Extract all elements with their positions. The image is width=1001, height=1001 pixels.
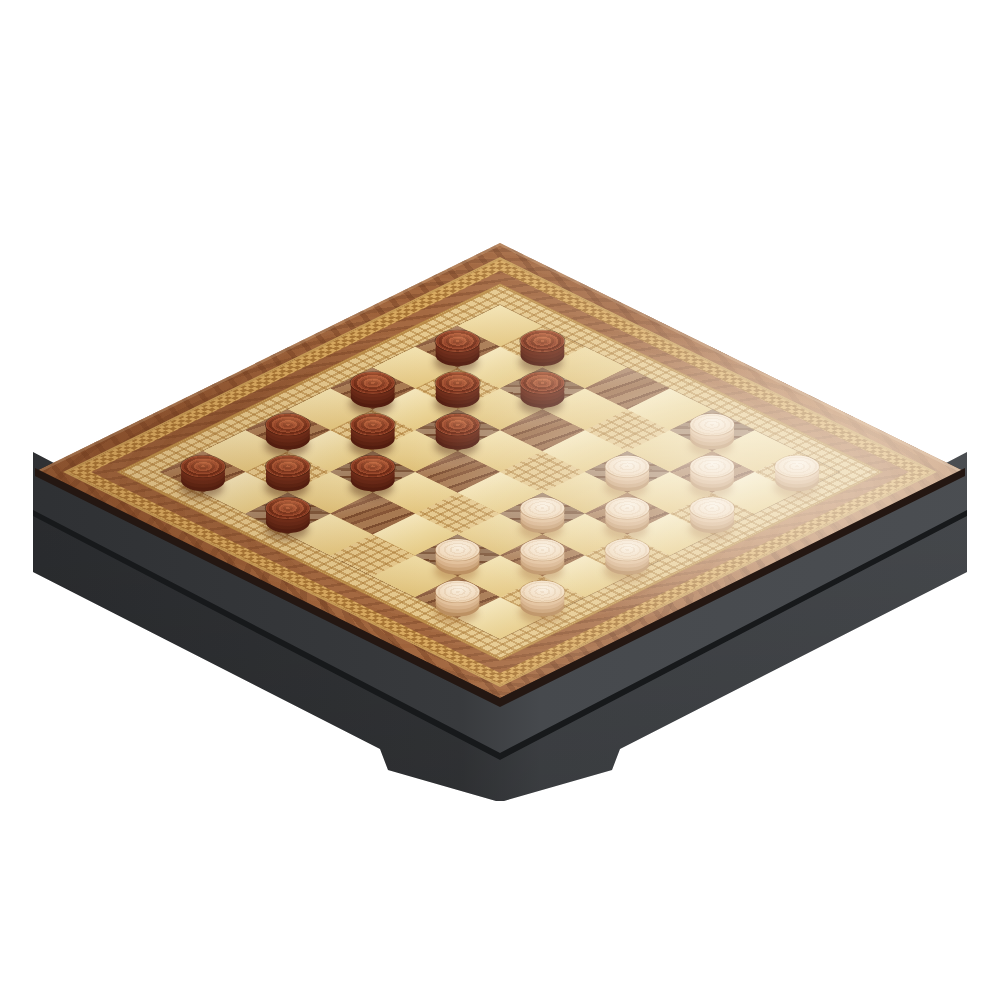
checker-light[interactable]: ⛀: [426, 535, 488, 566]
checker-light[interactable]: ⛀: [596, 451, 658, 482]
checker-dark[interactable]: ⛂: [257, 451, 319, 482]
checker-dark[interactable]: ⛂: [426, 368, 488, 399]
checker-light[interactable]: ⛀: [511, 576, 573, 607]
checker-light[interactable]: ⛀: [681, 493, 743, 524]
checker-light[interactable]: ⛀: [596, 493, 658, 524]
checker-light[interactable]: ⛀: [596, 535, 658, 566]
checker-dark[interactable]: ⛂: [257, 493, 319, 524]
checker-light[interactable]: ⛀: [681, 451, 743, 482]
checker-dark[interactable]: ⛂: [426, 409, 488, 440]
checker-light[interactable]: ⛀: [426, 576, 488, 607]
checker-light[interactable]: ⛀: [511, 535, 573, 566]
checker-light[interactable]: ⛀: [511, 493, 573, 524]
checker-dark[interactable]: ⛂: [342, 451, 404, 482]
checker-dark[interactable]: ⛂: [342, 409, 404, 440]
checker-dark[interactable]: ⛂: [511, 368, 573, 399]
product-photo-scene: ⛂⛀⛀⛂⛂⛀⛂⛀⛀⛂⛂⛀⛂⛀⛀⛂⛂⛀⛂⛀⛀⛂⛂⛀: [0, 0, 1001, 1001]
